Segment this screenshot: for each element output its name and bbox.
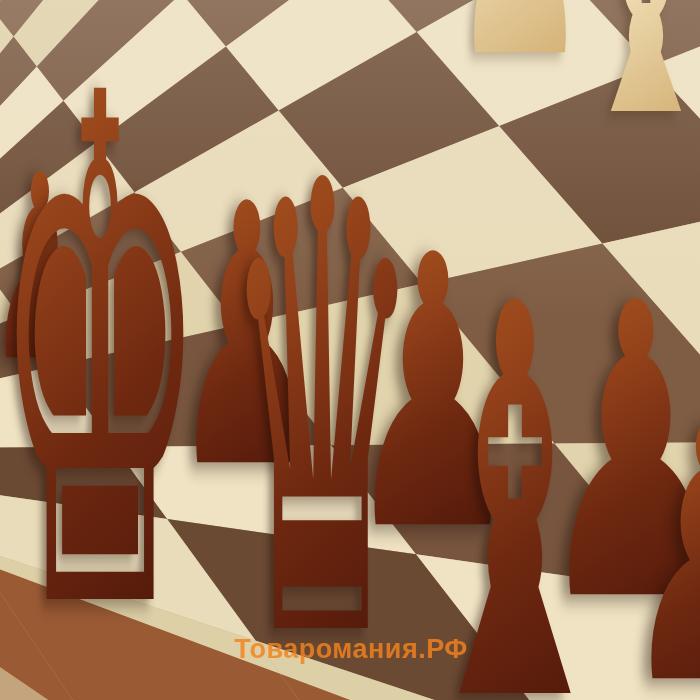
black-bishop-e2: ♝ (515, 236, 700, 700)
bishop-glyph: ♝ (408, 236, 621, 700)
queen-glyph: ♛ (222, 104, 422, 700)
pieces-layer: ♟♝♟♟♟♚♟♛♟♝ (0, 0, 700, 700)
king-glyph: ♚ (0, 7, 207, 700)
watermark-text: Товаромания.РФ (234, 634, 468, 665)
chess-product-photo: ♟♝♟♟♟♚♟♛♟♝ Товаромания.РФ (0, 0, 700, 700)
